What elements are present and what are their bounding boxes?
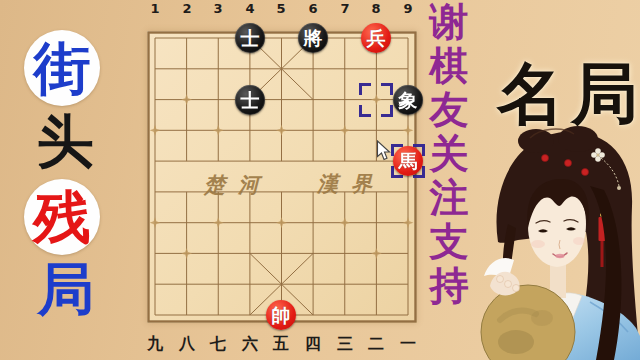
banner-char-label: 街 [34, 40, 91, 97]
file-label: 五 [270, 334, 292, 355]
piece-black-advisor[interactable]: 士 [235, 85, 265, 115]
video-thumbnail: 街 头 残 局 1 2 3 4 5 6 7 8 9 [0, 0, 640, 360]
woman-illustration [478, 124, 640, 360]
banner-char-label: 局 [38, 261, 95, 318]
file-label: 1 [144, 1, 166, 16]
file-label: 7 [334, 1, 356, 16]
file-label: 9 [397, 1, 419, 16]
face [527, 179, 589, 267]
banner-char-jie: 街 [23, 29, 101, 107]
banner-char-ju: 局 [27, 250, 105, 328]
piece-red-horse[interactable]: 馬 [393, 146, 423, 176]
banner-char-label: 残 [34, 189, 91, 246]
file-label: 三 [334, 334, 356, 355]
caption-char: 棋 [430, 46, 469, 87]
file-label: 一 [397, 334, 419, 355]
caption-char: 注 [430, 178, 469, 219]
file-label: 二 [365, 334, 387, 355]
file-label: 六 [239, 334, 261, 355]
hand [484, 258, 520, 295]
right-caption: 谢 棋 友 关 注 支 持 [427, 2, 471, 307]
file-label: 8 [365, 1, 387, 16]
caption-char: 支 [430, 222, 469, 263]
caption-char: 友 [430, 90, 469, 131]
piece-black-general[interactable]: 將 [298, 23, 328, 53]
river-label-right: 漢界 [317, 170, 385, 198]
banner-char-tou: 头 [26, 102, 104, 180]
file-label: 3 [207, 1, 229, 16]
file-label: 5 [270, 1, 292, 16]
mouse-cursor [376, 140, 392, 162]
caption-char: 关 [430, 134, 469, 175]
caption-char: 持 [430, 266, 469, 307]
file-label: 九 [144, 334, 166, 355]
river-label-left: 楚河 [204, 171, 272, 199]
piece-red-general[interactable]: 帥 [266, 300, 296, 330]
banner-char-label: 头 [37, 113, 94, 170]
file-label: 2 [176, 1, 198, 16]
file-label: 七 [207, 334, 229, 355]
file-label: 八 [176, 334, 198, 355]
caption-char: 谢 [430, 2, 469, 43]
piece-black-elephant[interactable]: 象 [393, 85, 423, 115]
file-label: 6 [302, 1, 324, 16]
file-label: 四 [302, 334, 324, 355]
file-label: 4 [239, 1, 261, 16]
banner-char-can: 残 [23, 178, 101, 256]
piece-black-advisor[interactable]: 士 [235, 23, 265, 53]
piece-red-soldier[interactable]: 兵 [361, 23, 391, 53]
